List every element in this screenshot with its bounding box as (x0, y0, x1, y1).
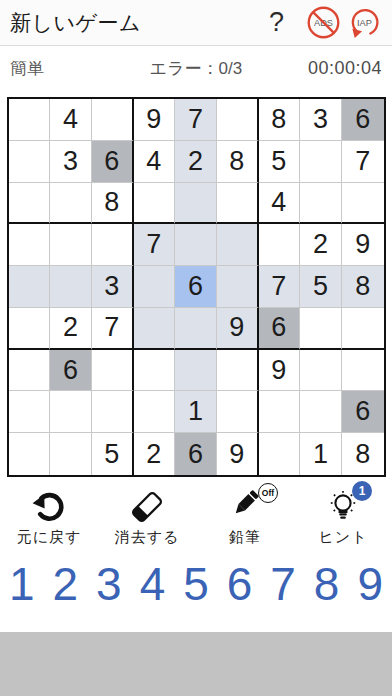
numpad-9[interactable]: 9 (348, 553, 392, 615)
cell-r2c3[interactable]: 6 (92, 141, 134, 183)
page-title: 新しいゲーム (10, 9, 269, 37)
cell-r5c8[interactable]: 5 (300, 266, 342, 308)
numpad-4[interactable]: 4 (131, 553, 175, 615)
cell-r3c9[interactable] (342, 183, 384, 225)
numpad-1[interactable]: 1 (0, 553, 44, 615)
cell-r1c5[interactable]: 7 (175, 99, 217, 141)
help-button[interactable]: ? (269, 9, 284, 36)
cell-r9c7[interactable] (259, 433, 301, 475)
cell-r9c5[interactable]: 6 (175, 433, 217, 475)
numpad-3[interactable]: 3 (87, 553, 131, 615)
cell-r9c6[interactable]: 9 (217, 433, 259, 475)
toolbar: 元に戻す 消去する (0, 487, 392, 551)
cell-r6c8[interactable] (300, 308, 342, 350)
cell-r6c2[interactable]: 2 (50, 308, 92, 350)
cell-r8c5[interactable]: 1 (175, 391, 217, 433)
numpad-6[interactable]: 6 (218, 553, 262, 615)
no-ads-icon: ADS (306, 5, 341, 40)
cell-r2c1[interactable] (9, 141, 51, 183)
cell-r3c7[interactable]: 4 (259, 183, 301, 225)
undo-label: 元に戻す (17, 528, 82, 547)
number-pad: 1 2 3 4 5 6 7 8 9 (0, 553, 392, 615)
cell-r5c6[interactable] (217, 266, 259, 308)
cell-r8c2[interactable] (50, 391, 92, 433)
cell-r7c9[interactable] (342, 350, 384, 392)
numpad-7[interactable]: 7 (261, 553, 305, 615)
cell-r1c7[interactable]: 8 (259, 99, 301, 141)
cell-r5c3[interactable]: 3 (92, 266, 134, 308)
numpad-2[interactable]: 2 (44, 553, 88, 615)
cell-r2c7[interactable]: 5 (259, 141, 301, 183)
numpad-5[interactable]: 5 (174, 553, 218, 615)
cell-r9c2[interactable] (50, 433, 92, 475)
cell-r9c1[interactable] (9, 433, 51, 475)
cell-r8c7[interactable] (259, 391, 301, 433)
header: 新しいゲーム ? ADS IAP (0, 0, 392, 46)
timer: 00:00:04 (266, 58, 382, 79)
cell-r9c8[interactable]: 1 (300, 433, 342, 475)
cell-r5c7[interactable]: 7 (259, 266, 301, 308)
sudoku-grid: 4978363642857847293675827966916526918 (7, 97, 386, 477)
cell-r6c9[interactable] (342, 308, 384, 350)
pencil-label: 鉛筆 (229, 528, 261, 547)
cell-r3c6[interactable] (217, 183, 259, 225)
cell-r7c1[interactable] (9, 350, 51, 392)
pencil-off-badge: Off (258, 483, 278, 503)
cell-r4c3[interactable] (92, 224, 134, 266)
eraser-icon (128, 511, 166, 528)
cell-r6c3[interactable]: 7 (92, 308, 134, 350)
no-ads-button[interactable]: ADS (306, 5, 341, 40)
cell-r8c4[interactable] (134, 391, 176, 433)
cell-r7c3[interactable] (92, 350, 134, 392)
cell-r2c6[interactable]: 8 (217, 141, 259, 183)
cell-r2c2[interactable]: 3 (50, 141, 92, 183)
cell-r5c2[interactable] (50, 266, 92, 308)
cell-r7c6[interactable] (217, 350, 259, 392)
numpad-8[interactable]: 8 (305, 553, 349, 615)
cell-r5c4[interactable] (134, 266, 176, 308)
cell-r8c8[interactable] (300, 391, 342, 433)
cell-r4c2[interactable] (50, 224, 92, 266)
cell-r2c9[interactable]: 7 (342, 141, 384, 183)
cell-r6c6[interactable]: 9 (217, 308, 259, 350)
cell-r7c2[interactable]: 6 (50, 350, 92, 392)
cell-r3c2[interactable] (50, 183, 92, 225)
cell-r9c4[interactable]: 2 (134, 433, 176, 475)
cell-r4c9[interactable]: 9 (342, 224, 384, 266)
cell-r4c4[interactable]: 7 (134, 224, 176, 266)
erase-label: 消去する (115, 528, 180, 547)
cell-r9c3[interactable]: 5 (92, 433, 134, 475)
cell-r6c4[interactable] (134, 308, 176, 350)
cell-r7c4[interactable] (134, 350, 176, 392)
cell-r5c9[interactable]: 8 (342, 266, 384, 308)
cell-r6c7[interactable]: 6 (259, 308, 301, 350)
cell-r6c1[interactable] (9, 308, 51, 350)
cell-r3c4[interactable] (134, 183, 176, 225)
hint-count-badge: 1 (352, 481, 372, 501)
lightbulb-icon (324, 511, 362, 528)
errors-counter: エラー：0/3 (126, 57, 266, 80)
cell-r2c8[interactable] (300, 141, 342, 183)
cell-r1c1[interactable] (9, 99, 51, 141)
hint-label: ヒント (318, 528, 367, 547)
cell-r4c6[interactable] (217, 224, 259, 266)
cell-r8c9[interactable]: 6 (342, 391, 384, 433)
cell-r3c3[interactable]: 8 (92, 183, 134, 225)
cell-r5c1[interactable] (9, 266, 51, 308)
cell-r2c4[interactable]: 4 (134, 141, 176, 183)
difficulty-label: 簡単 (10, 57, 126, 80)
cell-r7c7[interactable]: 9 (259, 350, 301, 392)
cell-r3c8[interactable] (300, 183, 342, 225)
cell-r5c5[interactable]: 6 (175, 266, 217, 308)
cell-r3c5[interactable] (175, 183, 217, 225)
cell-r1c2[interactable]: 4 (50, 99, 92, 141)
erase-button[interactable]: 消去する (98, 487, 196, 551)
iap-restore-icon: IAP (347, 5, 382, 40)
cell-r6c5[interactable] (175, 308, 217, 350)
iap-icon-text: IAP (357, 18, 372, 28)
ad-banner (0, 632, 392, 696)
pencil-icon (226, 511, 264, 528)
cell-r8c3[interactable] (92, 391, 134, 433)
pencil-button[interactable]: Off 鉛筆 (196, 487, 294, 551)
cell-r1c9[interactable]: 6 (342, 99, 384, 141)
undo-icon (30, 511, 68, 528)
cell-r7c8[interactable] (300, 350, 342, 392)
restore-iap-button[interactable]: IAP (347, 5, 382, 40)
cell-r3c1[interactable] (9, 183, 51, 225)
cell-r4c7[interactable] (259, 224, 301, 266)
cell-r1c3[interactable] (92, 99, 134, 141)
cell-r4c5[interactable] (175, 224, 217, 266)
cell-r1c6[interactable] (217, 99, 259, 141)
cell-r4c8[interactable]: 2 (300, 224, 342, 266)
cell-r1c4[interactable]: 9 (134, 99, 176, 141)
cell-r4c1[interactable] (9, 224, 51, 266)
cell-r2c5[interactable]: 2 (175, 141, 217, 183)
hint-button[interactable]: 1 ヒント (294, 487, 392, 551)
cell-r7c5[interactable] (175, 350, 217, 392)
status-bar: 簡単 エラー：0/3 00:00:04 (0, 46, 392, 91)
cell-r9c9[interactable]: 8 (342, 433, 384, 475)
cell-r8c1[interactable] (9, 391, 51, 433)
cell-r8c6[interactable] (217, 391, 259, 433)
undo-button[interactable]: 元に戻す (0, 487, 98, 551)
cell-r1c8[interactable]: 3 (300, 99, 342, 141)
